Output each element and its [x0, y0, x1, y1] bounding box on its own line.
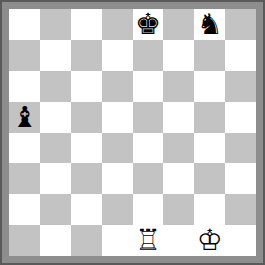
piece-black-king[interactable]: ♚	[133, 9, 164, 40]
square-d7[interactable]	[102, 40, 133, 71]
square-b2[interactable]	[40, 194, 71, 225]
square-g2[interactable]	[194, 194, 225, 225]
square-e1[interactable]: ♖	[133, 225, 164, 256]
square-d2[interactable]	[102, 194, 133, 225]
square-h8[interactable]	[225, 9, 256, 40]
square-b3[interactable]	[40, 163, 71, 194]
square-c8[interactable]	[71, 9, 102, 40]
square-d4[interactable]	[102, 133, 133, 164]
square-c2[interactable]	[71, 194, 102, 225]
square-f1[interactable]	[163, 225, 194, 256]
square-e2[interactable]	[133, 194, 164, 225]
piece-black-knight[interactable]: ♞	[194, 9, 225, 40]
square-f4[interactable]	[163, 133, 194, 164]
square-e7[interactable]	[133, 40, 164, 71]
piece-black-bishop[interactable]: ♝	[9, 102, 40, 133]
square-b8[interactable]	[40, 9, 71, 40]
square-e8[interactable]: ♚	[133, 9, 164, 40]
square-c5[interactable]	[71, 102, 102, 133]
square-b1[interactable]	[40, 225, 71, 256]
square-g8[interactable]: ♞	[194, 9, 225, 40]
square-e4[interactable]	[133, 133, 164, 164]
square-b7[interactable]	[40, 40, 71, 71]
square-h7[interactable]	[225, 40, 256, 71]
square-c1[interactable]	[71, 225, 102, 256]
square-h3[interactable]	[225, 163, 256, 194]
square-a6[interactable]	[9, 71, 40, 102]
square-a1[interactable]	[9, 225, 40, 256]
square-b5[interactable]	[40, 102, 71, 133]
square-f6[interactable]	[163, 71, 194, 102]
square-a2[interactable]	[9, 194, 40, 225]
square-g3[interactable]	[194, 163, 225, 194]
square-d5[interactable]	[102, 102, 133, 133]
piece-white-rook[interactable]: ♖	[133, 225, 164, 256]
piece-white-king[interactable]: ♔	[194, 225, 225, 256]
square-a4[interactable]	[9, 133, 40, 164]
square-g5[interactable]	[194, 102, 225, 133]
square-c6[interactable]	[71, 71, 102, 102]
square-h5[interactable]	[225, 102, 256, 133]
square-b6[interactable]	[40, 71, 71, 102]
square-f2[interactable]	[163, 194, 194, 225]
square-g4[interactable]	[194, 133, 225, 164]
square-a7[interactable]	[9, 40, 40, 71]
square-g7[interactable]	[194, 40, 225, 71]
square-c3[interactable]	[71, 163, 102, 194]
square-h1[interactable]	[225, 225, 256, 256]
square-g1[interactable]: ♔	[194, 225, 225, 256]
square-f3[interactable]	[163, 163, 194, 194]
square-f7[interactable]	[163, 40, 194, 71]
square-d1[interactable]	[102, 225, 133, 256]
square-e3[interactable]	[133, 163, 164, 194]
square-e5[interactable]	[133, 102, 164, 133]
square-f8[interactable]	[163, 9, 194, 40]
square-b4[interactable]	[40, 133, 71, 164]
square-h4[interactable]	[225, 133, 256, 164]
square-c7[interactable]	[71, 40, 102, 71]
square-a5[interactable]: ♝	[9, 102, 40, 133]
square-f5[interactable]	[163, 102, 194, 133]
square-e6[interactable]	[133, 71, 164, 102]
square-g6[interactable]	[194, 71, 225, 102]
chess-board: ♚♞♝♖♔	[9, 9, 256, 256]
board-frame: ♚♞♝♖♔	[0, 0, 265, 265]
square-a3[interactable]	[9, 163, 40, 194]
square-a8[interactable]	[9, 9, 40, 40]
square-h2[interactable]	[225, 194, 256, 225]
square-d3[interactable]	[102, 163, 133, 194]
square-d8[interactable]	[102, 9, 133, 40]
square-h6[interactable]	[225, 71, 256, 102]
square-c4[interactable]	[71, 133, 102, 164]
square-d6[interactable]	[102, 71, 133, 102]
